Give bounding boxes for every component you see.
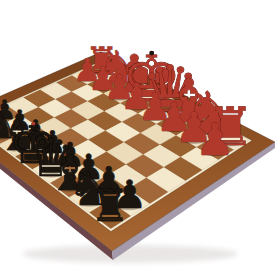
piece-black-rook-a1: ♜ (90, 180, 130, 231)
piece-red-pawn-a7: ♟ (195, 114, 235, 165)
chess-set-photo: ♜♟♞♟♝♟♚♟♛♟♟♝♜♟♟♞♞♟♟♜♝♟♟♚♟♛♟♝♟♞♟♜ (0, 0, 280, 280)
black-king-finial (32, 122, 36, 126)
chessboard-perspective-view: ♜♟♞♟♝♟♚♟♛♟♟♝♜♟♟♞♞♟♟♜♝♟♟♚♟♛♟♝♟♞♟♜ (0, 0, 280, 280)
